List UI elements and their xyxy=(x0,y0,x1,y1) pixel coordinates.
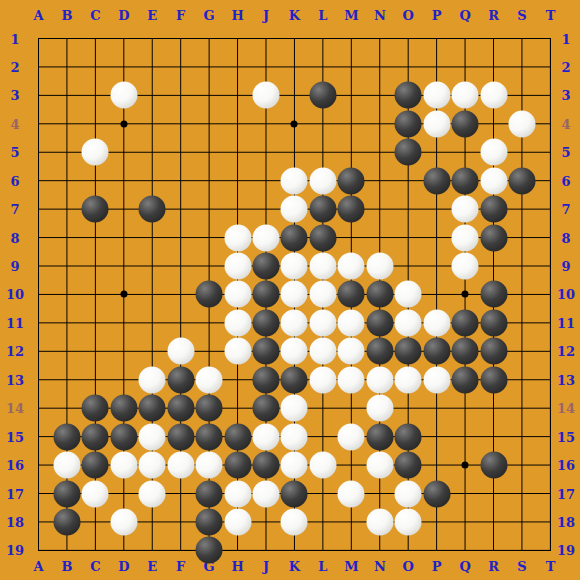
row-label-left: 5 xyxy=(10,146,19,159)
black-stone xyxy=(366,423,393,450)
black-stone xyxy=(196,395,223,422)
row-label-right: 11 xyxy=(557,316,575,329)
white-stone xyxy=(366,452,393,479)
white-stone xyxy=(338,423,365,450)
white-stone xyxy=(480,139,507,166)
black-stone xyxy=(395,452,422,479)
row-label-right: 10 xyxy=(557,288,575,301)
white-stone xyxy=(253,224,280,251)
white-stone xyxy=(366,253,393,280)
white-stone xyxy=(452,224,479,251)
column-label-top: S xyxy=(517,9,526,22)
white-stone xyxy=(139,423,166,450)
column-label-bottom: T xyxy=(546,560,556,573)
white-stone xyxy=(196,452,223,479)
column-label-bottom: L xyxy=(318,560,327,573)
black-stone xyxy=(281,224,308,251)
column-label-top: H xyxy=(231,9,243,22)
goban-screen: AABBCCDDEEFFGGHHJJKKLLMMNNOOPPQQRRSSTT11… xyxy=(0,0,580,580)
black-stone xyxy=(480,224,507,251)
column-label-bottom: N xyxy=(374,560,386,573)
white-stone xyxy=(281,253,308,280)
white-stone xyxy=(281,309,308,336)
row-label-right: 18 xyxy=(557,516,575,529)
black-stone xyxy=(253,452,280,479)
column-label-top: P xyxy=(432,9,442,22)
row-label-left: 19 xyxy=(6,544,24,557)
white-stone xyxy=(224,480,251,507)
row-label-left: 15 xyxy=(6,430,24,443)
row-label-right: 1 xyxy=(561,32,570,45)
black-stone xyxy=(253,395,280,422)
white-stone xyxy=(509,110,536,137)
star-point xyxy=(462,462,469,469)
black-stone xyxy=(395,423,422,450)
black-stone xyxy=(309,224,336,251)
black-stone xyxy=(281,480,308,507)
black-stone xyxy=(480,452,507,479)
black-stone xyxy=(196,281,223,308)
white-stone xyxy=(395,480,422,507)
black-stone xyxy=(167,366,194,393)
column-label-top: E xyxy=(147,9,157,22)
black-stone xyxy=(82,452,109,479)
white-stone xyxy=(139,452,166,479)
white-stone xyxy=(309,452,336,479)
column-label-bottom: A xyxy=(33,560,43,573)
black-stone xyxy=(110,395,137,422)
black-stone xyxy=(53,480,80,507)
row-label-right: 8 xyxy=(561,231,570,244)
black-stone xyxy=(452,338,479,365)
row-label-left: 1 xyxy=(10,32,19,45)
black-stone xyxy=(452,110,479,137)
white-stone xyxy=(224,509,251,536)
white-stone xyxy=(253,480,280,507)
column-label-bottom: H xyxy=(231,560,243,573)
black-stone xyxy=(395,110,422,137)
black-stone xyxy=(224,423,251,450)
white-stone xyxy=(309,281,336,308)
row-label-left: 18 xyxy=(6,516,24,529)
black-stone xyxy=(196,509,223,536)
row-label-left: 11 xyxy=(6,316,24,329)
white-stone xyxy=(338,253,365,280)
white-stone xyxy=(224,338,251,365)
column-label-bottom: B xyxy=(61,560,72,573)
white-stone xyxy=(395,281,422,308)
white-stone xyxy=(309,167,336,194)
row-label-right: 17 xyxy=(557,487,575,500)
black-stone xyxy=(338,167,365,194)
white-stone xyxy=(423,309,450,336)
column-label-top: C xyxy=(90,9,100,22)
black-stone xyxy=(366,309,393,336)
black-stone xyxy=(338,196,365,223)
star-point xyxy=(462,291,469,298)
black-stone xyxy=(338,281,365,308)
row-label-left: 7 xyxy=(10,203,19,216)
row-label-right: 19 xyxy=(557,544,575,557)
white-stone xyxy=(82,139,109,166)
black-stone xyxy=(452,366,479,393)
row-label-right: 2 xyxy=(561,60,570,73)
white-stone xyxy=(281,338,308,365)
column-label-top: F xyxy=(176,9,185,22)
row-label-left: 3 xyxy=(10,89,19,102)
star-point xyxy=(291,120,298,127)
black-stone xyxy=(423,338,450,365)
black-stone xyxy=(110,423,137,450)
column-label-top: Q xyxy=(459,9,470,22)
white-stone xyxy=(338,480,365,507)
column-label-bottom: Q xyxy=(459,560,470,573)
row-label-left: 2 xyxy=(10,60,19,73)
black-stone xyxy=(509,167,536,194)
black-stone xyxy=(167,423,194,450)
column-label-top: A xyxy=(33,9,43,22)
white-stone xyxy=(253,423,280,450)
black-stone xyxy=(253,253,280,280)
white-stone xyxy=(452,82,479,109)
black-stone xyxy=(196,423,223,450)
column-label-top: M xyxy=(344,9,358,22)
white-stone xyxy=(253,82,280,109)
black-stone xyxy=(53,423,80,450)
black-stone xyxy=(452,309,479,336)
black-stone xyxy=(253,309,280,336)
white-stone xyxy=(139,480,166,507)
white-stone xyxy=(423,366,450,393)
white-stone xyxy=(366,509,393,536)
white-stone xyxy=(309,253,336,280)
row-label-right: 7 xyxy=(561,203,570,216)
row-label-right: 14 xyxy=(557,402,575,415)
white-stone xyxy=(338,338,365,365)
white-stone xyxy=(281,395,308,422)
column-label-top: N xyxy=(374,9,386,22)
black-stone xyxy=(53,509,80,536)
black-stone xyxy=(395,139,422,166)
column-label-bottom: F xyxy=(176,560,185,573)
column-label-bottom: P xyxy=(432,560,442,573)
black-stone xyxy=(423,480,450,507)
white-stone xyxy=(224,309,251,336)
row-label-right: 16 xyxy=(557,459,575,472)
white-stone xyxy=(452,196,479,223)
white-stone xyxy=(167,452,194,479)
column-label-top: G xyxy=(204,9,215,22)
black-stone xyxy=(139,196,166,223)
white-stone xyxy=(423,82,450,109)
black-stone xyxy=(366,281,393,308)
white-stone xyxy=(309,366,336,393)
black-stone xyxy=(480,338,507,365)
black-stone xyxy=(82,196,109,223)
white-stone xyxy=(82,480,109,507)
row-label-right: 4 xyxy=(561,117,570,130)
white-stone xyxy=(480,82,507,109)
black-stone xyxy=(395,82,422,109)
white-stone xyxy=(281,452,308,479)
white-stone xyxy=(281,196,308,223)
column-label-top: O xyxy=(403,9,414,22)
white-stone xyxy=(167,338,194,365)
column-label-top: D xyxy=(118,9,129,22)
black-stone xyxy=(309,82,336,109)
black-stone xyxy=(366,338,393,365)
row-label-left: 14 xyxy=(6,402,24,415)
white-stone xyxy=(366,366,393,393)
black-stone xyxy=(196,480,223,507)
white-stone xyxy=(395,509,422,536)
black-stone xyxy=(253,366,280,393)
white-stone xyxy=(281,281,308,308)
white-stone xyxy=(338,309,365,336)
row-label-left: 17 xyxy=(6,487,24,500)
white-stone xyxy=(281,423,308,450)
white-stone xyxy=(395,309,422,336)
black-stone xyxy=(253,338,280,365)
row-label-right: 15 xyxy=(557,430,575,443)
white-stone xyxy=(224,281,251,308)
star-point xyxy=(120,120,127,127)
column-label-top: R xyxy=(488,9,499,22)
row-label-left: 6 xyxy=(10,174,19,187)
row-label-left: 9 xyxy=(10,260,19,273)
column-label-top: J xyxy=(263,9,269,22)
row-label-left: 12 xyxy=(6,345,24,358)
column-label-bottom: O xyxy=(403,560,414,573)
row-label-left: 13 xyxy=(6,373,24,386)
row-label-right: 3 xyxy=(561,89,570,102)
row-label-right: 5 xyxy=(561,146,570,159)
black-stone xyxy=(395,338,422,365)
white-stone xyxy=(224,224,251,251)
black-stone xyxy=(196,537,223,564)
black-stone xyxy=(480,281,507,308)
white-stone xyxy=(110,509,137,536)
black-stone xyxy=(253,281,280,308)
white-stone xyxy=(366,395,393,422)
column-label-bottom: J xyxy=(263,560,269,573)
column-label-bottom: R xyxy=(488,560,499,573)
black-stone xyxy=(309,196,336,223)
column-label-bottom: D xyxy=(118,560,129,573)
black-stone xyxy=(452,167,479,194)
black-stone xyxy=(480,309,507,336)
white-stone xyxy=(309,309,336,336)
column-label-top: T xyxy=(546,9,556,22)
black-stone xyxy=(139,395,166,422)
column-label-bottom: S xyxy=(517,560,526,573)
white-stone xyxy=(53,452,80,479)
black-stone xyxy=(480,366,507,393)
white-stone xyxy=(196,366,223,393)
white-stone xyxy=(110,452,137,479)
row-label-left: 4 xyxy=(10,117,19,130)
row-label-left: 8 xyxy=(10,231,19,244)
column-label-bottom: K xyxy=(289,560,300,573)
column-label-top: L xyxy=(318,9,327,22)
white-stone xyxy=(281,167,308,194)
white-stone xyxy=(423,110,450,137)
white-stone xyxy=(395,366,422,393)
white-stone xyxy=(309,338,336,365)
column-label-bottom: M xyxy=(344,560,358,573)
column-label-top: B xyxy=(61,9,72,22)
column-label-bottom: C xyxy=(90,560,100,573)
star-point xyxy=(120,291,127,298)
black-stone xyxy=(82,423,109,450)
black-stone xyxy=(423,167,450,194)
black-stone xyxy=(167,395,194,422)
black-stone xyxy=(480,196,507,223)
white-stone xyxy=(139,366,166,393)
white-stone xyxy=(224,253,251,280)
white-stone xyxy=(452,253,479,280)
white-stone xyxy=(110,82,137,109)
row-label-right: 9 xyxy=(561,260,570,273)
row-label-right: 13 xyxy=(557,373,575,386)
column-label-top: K xyxy=(289,9,300,22)
row-label-left: 10 xyxy=(6,288,24,301)
row-label-right: 12 xyxy=(557,345,575,358)
black-stone xyxy=(82,395,109,422)
row-label-left: 16 xyxy=(6,459,24,472)
white-stone xyxy=(480,167,507,194)
row-label-right: 6 xyxy=(561,174,570,187)
black-stone xyxy=(281,366,308,393)
white-stone xyxy=(281,509,308,536)
white-stone xyxy=(338,366,365,393)
column-label-bottom: E xyxy=(147,560,157,573)
black-stone xyxy=(224,452,251,479)
